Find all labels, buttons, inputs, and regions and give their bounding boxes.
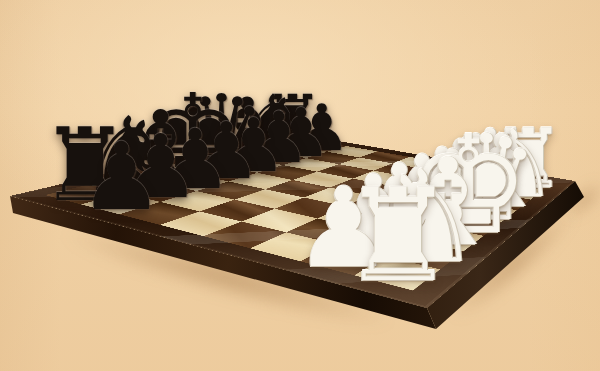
piece-white-rook-a1: ♜	[334, 172, 462, 300]
piece-black-pawn-a7: ♟	[75, 130, 168, 223]
chess-photo-scene: ♜♞♝♚♛♝♞♜♟♟♟♟♟♟♟♟♟♟♟♟♟♟♟♟♜♞♝♚♛♝♞♜	[0, 0, 600, 371]
pieces-layer: ♜♞♝♚♛♝♞♜♟♟♟♟♟♟♟♟♟♟♟♟♟♟♟♟♜♞♝♚♛♝♞♜	[0, 0, 600, 371]
